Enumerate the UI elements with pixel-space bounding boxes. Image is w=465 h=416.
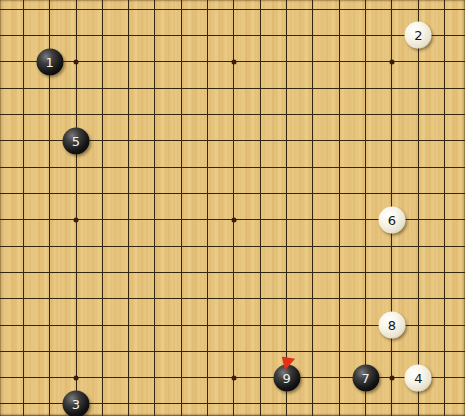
stone-black-7[interactable]: 7: [352, 364, 379, 391]
grid-line-vertical: [102, 0, 103, 416]
last-move-marker-icon: [281, 356, 295, 370]
grid-line-vertical: [365, 0, 366, 416]
grid-line-vertical: [207, 0, 208, 416]
grid-line-vertical: [286, 0, 287, 416]
stone-number: 9: [282, 371, 290, 384]
grid-line-horizontal: [0, 298, 465, 299]
grid-line-horizontal: [0, 272, 465, 273]
grid-line-vertical: [444, 0, 445, 416]
star-point: [231, 59, 236, 64]
star-point: [74, 375, 79, 380]
star-point: [74, 217, 79, 222]
stone-black-9[interactable]: 9: [273, 364, 300, 391]
grid-line-horizontal: [0, 246, 465, 247]
grid-line-horizontal: [0, 351, 465, 352]
stone-black-5[interactable]: 5: [63, 127, 90, 154]
grid-line-vertical: [128, 0, 129, 416]
grid-line-vertical: [260, 0, 261, 416]
grid-line-vertical: [154, 0, 155, 416]
stone-number: 1: [46, 55, 54, 68]
star-point: [74, 59, 79, 64]
stone-number: 5: [72, 134, 80, 147]
stone-number: 2: [414, 29, 422, 42]
stone-white-2[interactable]: 2: [405, 22, 432, 49]
stone-number: 8: [388, 319, 396, 332]
stone-number: 4: [414, 371, 422, 384]
star-point: [231, 217, 236, 222]
stone-number: 3: [72, 397, 80, 410]
star-point: [389, 375, 394, 380]
stone-number: 6: [388, 213, 396, 226]
star-point: [389, 59, 394, 64]
grid-line-vertical: [23, 0, 24, 416]
go-board[interactable]: 123456789: [0, 0, 465, 416]
grid-line-vertical: [339, 0, 340, 416]
stone-black-1[interactable]: 1: [36, 48, 63, 75]
grid-line-vertical: [312, 0, 313, 416]
grid-line-vertical: [418, 0, 419, 416]
grid-line-vertical: [181, 0, 182, 416]
stone-white-8[interactable]: 8: [378, 312, 405, 339]
stone-white-6[interactable]: 6: [378, 206, 405, 233]
stone-black-3[interactable]: 3: [63, 390, 90, 416]
star-point: [231, 375, 236, 380]
stone-number: 7: [361, 371, 369, 384]
stone-white-4[interactable]: 4: [405, 364, 432, 391]
